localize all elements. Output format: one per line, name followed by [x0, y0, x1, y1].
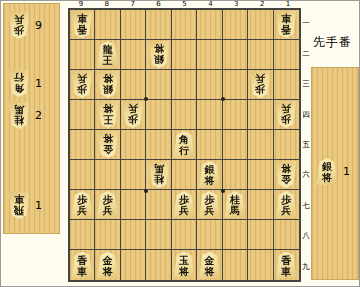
piece-kanji: 兵: [77, 73, 87, 84]
piece-kanji: 銀: [103, 84, 113, 95]
hoshi-dot: [144, 189, 148, 193]
square-1二[interactable]: [274, 40, 299, 70]
square-9四[interactable]: [70, 100, 95, 130]
piece-kanji: 歩: [255, 84, 265, 95]
piece-歩兵-sente[interactable]: 歩兵: [71, 191, 93, 218]
square-6三[interactable]: [146, 70, 171, 100]
piece-金将-sente[interactable]: 金将: [97, 252, 119, 279]
file-label-4: 4: [197, 1, 223, 8]
square-5六[interactable]: [172, 160, 197, 190]
shogi-app-window: 歩兵9角行1桂馬2飛車1 987654321 香車香車龍王銀将歩兵銀将歩兵王将歩…: [0, 0, 360, 287]
piece-歩兵-gote[interactable]: 歩兵: [275, 101, 297, 128]
piece-kanji: 行: [14, 72, 24, 83]
piece-kanji: 歩: [77, 194, 87, 205]
piece-kanji: 玉: [179, 255, 189, 266]
piece-kanji: 将: [179, 266, 189, 277]
piece-香車-gote[interactable]: 香車: [275, 11, 297, 38]
square-5四[interactable]: [172, 100, 197, 130]
square-1九[interactable]: 香車: [274, 250, 299, 280]
square-7二[interactable]: [121, 40, 146, 70]
file-label-3: 3: [223, 1, 249, 8]
piece-kanji: 車: [77, 13, 87, 24]
square-2八[interactable]: [248, 220, 273, 250]
shogi-board: 香車香車龍王銀将歩兵銀将歩兵王将歩兵歩兵金将角行桂馬銀将金将歩兵歩兵歩兵歩兵桂馬…: [68, 8, 301, 282]
square-4四[interactable]: [197, 100, 222, 130]
square-1五[interactable]: [274, 130, 299, 160]
piece-玉将-sente[interactable]: 玉将: [173, 252, 195, 279]
piece-角行-sente[interactable]: 角行: [173, 131, 195, 158]
rank-coordinate-labels: 一二三四五六七八九: [301, 8, 311, 282]
rank-label-八: 八: [301, 221, 311, 251]
file-label-5: 5: [172, 1, 198, 8]
square-6四[interactable]: [146, 100, 171, 130]
rank-label-四: 四: [301, 99, 311, 129]
square-5七[interactable]: 歩兵: [172, 190, 197, 220]
piece-kanji: 香: [281, 24, 291, 35]
piece-銀将-sente[interactable]: 銀将: [198, 161, 220, 188]
piece-kanji: 香: [77, 24, 87, 35]
square-4六[interactable]: 銀将: [197, 160, 222, 190]
piece-歩兵-gote[interactable]: 歩兵: [122, 101, 144, 128]
piece-香車-sente[interactable]: 香車: [275, 252, 297, 279]
square-5八[interactable]: [172, 220, 197, 250]
square-6八[interactable]: [146, 220, 171, 250]
square-3四[interactable]: [223, 100, 248, 130]
piece-kanji: 兵: [255, 73, 265, 84]
square-8二[interactable]: 龍王: [95, 40, 120, 70]
square-4九[interactable]: 金将: [197, 250, 222, 280]
sente-captured-pieces-stand: 銀将1: [311, 67, 359, 280]
piece-歩兵-sente[interactable]: 歩兵: [97, 191, 119, 218]
square-7四[interactable]: 歩兵: [121, 100, 146, 130]
piece-kanji: 香: [77, 255, 87, 266]
piece-kanji: 馬: [230, 205, 240, 216]
piece-kanji: 将: [103, 73, 113, 84]
square-8八[interactable]: [95, 220, 120, 250]
square-9一[interactable]: 香車: [70, 10, 95, 40]
square-9七[interactable]: 歩兵: [70, 190, 95, 220]
piece-歩兵-sente[interactable]: 歩兵: [173, 191, 195, 218]
piece-kanji: 兵: [281, 205, 291, 216]
square-5五[interactable]: 角行: [172, 130, 197, 160]
piece-kanji: 行: [179, 145, 189, 156]
piece-kanji: 飛: [14, 205, 24, 216]
piece-kanji: 兵: [77, 205, 87, 216]
square-4五[interactable]: [197, 130, 222, 160]
square-1三[interactable]: [274, 70, 299, 100]
file-label-2: 2: [249, 1, 275, 8]
square-6五[interactable]: [146, 130, 171, 160]
hand-count: 9: [35, 19, 45, 32]
piece-kanji: 将: [154, 43, 164, 54]
square-3九[interactable]: [223, 250, 248, 280]
square-4八[interactable]: [197, 220, 222, 250]
square-4七[interactable]: 歩兵: [197, 190, 222, 220]
square-8一[interactable]: [95, 10, 120, 40]
piece-kanji: 兵: [204, 205, 214, 216]
piece-kanji: 将: [103, 133, 113, 144]
square-3二[interactable]: [223, 40, 248, 70]
square-2二[interactable]: [248, 40, 273, 70]
file-label-6: 6: [146, 1, 172, 8]
piece-kanji: 将: [204, 266, 214, 277]
square-4三[interactable]: [197, 70, 222, 100]
piece-kanji: 兵: [281, 103, 291, 114]
piece-桂馬-gote[interactable]: 桂馬: [148, 161, 170, 188]
piece-kanji: 香: [281, 255, 291, 266]
piece-kanji: 銀: [322, 161, 332, 172]
piece-kanji: 将: [322, 172, 332, 183]
square-3一[interactable]: [223, 10, 248, 40]
piece-kanji: 兵: [128, 103, 138, 114]
piece-kanji: 銀: [204, 164, 214, 175]
piece-銀将-gote[interactable]: 銀将: [97, 71, 119, 98]
square-6二[interactable]: 銀将: [146, 40, 171, 70]
square-3三[interactable]: [223, 70, 248, 100]
piece-kanji: 車: [77, 266, 87, 277]
square-9六[interactable]: [70, 160, 95, 190]
square-9九[interactable]: 香車: [70, 250, 95, 280]
piece-龍王-sente[interactable]: 龍王: [97, 41, 119, 68]
hand-entry-歩兵: 歩兵9: [8, 12, 45, 39]
piece-銀将-gote[interactable]: 銀将: [148, 41, 170, 68]
piece-kanji: 角: [14, 83, 24, 94]
piece-金将-gote[interactable]: 金将: [275, 161, 297, 188]
square-9三[interactable]: 歩兵: [70, 70, 95, 100]
piece-歩兵-gote[interactable]: 歩兵: [71, 71, 93, 98]
square-7九[interactable]: [121, 250, 146, 280]
hand-count: 1: [35, 77, 45, 90]
square-2六[interactable]: [248, 160, 273, 190]
file-label-1: 1: [275, 1, 301, 8]
file-coordinate-labels: 987654321: [68, 1, 301, 8]
square-9二[interactable]: [70, 40, 95, 70]
piece-kanji: 将: [281, 163, 291, 174]
square-1一[interactable]: 香車: [274, 10, 299, 40]
piece-kanji: 馬: [154, 163, 164, 174]
turn-indicator: 先手番: [313, 34, 359, 51]
hoshi-dot: [221, 97, 225, 101]
piece-香車-sente[interactable]: 香車: [71, 252, 93, 279]
piece-kanji: 将: [103, 103, 113, 114]
square-7七[interactable]: [121, 190, 146, 220]
hand-entry-桂馬: 桂馬2: [8, 102, 45, 129]
piece-kanji: 角: [179, 134, 189, 145]
piece-kanji: 馬: [14, 104, 24, 115]
piece-角行-gote[interactable]: 角行: [8, 70, 30, 97]
hand-entry-銀将: 銀将1: [316, 158, 353, 185]
square-8六[interactable]: [95, 160, 120, 190]
rank-label-七: 七: [301, 191, 311, 221]
piece-kanji: 将: [103, 266, 113, 277]
square-6六[interactable]: 桂馬: [146, 160, 171, 190]
piece-kanji: 車: [281, 13, 291, 24]
piece-kanji: 歩: [281, 114, 291, 125]
piece-kanji: 歩: [103, 194, 113, 205]
piece-kanji: 将: [204, 175, 214, 186]
piece-kanji: 龍: [103, 44, 113, 55]
piece-王将-gote[interactable]: 王将: [97, 101, 119, 128]
file-label-9: 9: [68, 1, 94, 8]
square-3八[interactable]: [223, 220, 248, 250]
piece-kanji: 歩: [14, 25, 24, 36]
piece-歩兵-gote[interactable]: 歩兵: [249, 71, 271, 98]
piece-kanji: 銀: [154, 54, 164, 65]
piece-kanji: 王: [103, 114, 113, 125]
square-8七[interactable]: 歩兵: [95, 190, 120, 220]
piece-kanji: 兵: [103, 205, 113, 216]
hand-entry-飛車: 飛車1: [8, 192, 45, 219]
square-1六[interactable]: 金将: [274, 160, 299, 190]
file-label-8: 8: [94, 1, 120, 8]
board-grid: 香車香車龍王銀将歩兵銀将歩兵王将歩兵歩兵金将角行桂馬銀将金将歩兵歩兵歩兵歩兵桂馬…: [68, 8, 301, 282]
square-3六[interactable]: [223, 160, 248, 190]
piece-kanji: 歩: [77, 84, 87, 95]
piece-歩兵-sente[interactable]: 歩兵: [275, 191, 297, 218]
square-2九[interactable]: [248, 250, 273, 280]
square-4一[interactable]: [197, 10, 222, 40]
rank-label-六: 六: [301, 160, 311, 190]
piece-kanji: 車: [281, 266, 291, 277]
piece-kanji: 桂: [154, 174, 164, 185]
hand-count: 2: [35, 109, 45, 122]
piece-kanji: 歩: [204, 194, 214, 205]
square-8五[interactable]: 金将: [95, 130, 120, 160]
square-5二[interactable]: [172, 40, 197, 70]
hand-count: 1: [343, 165, 353, 178]
rank-label-三: 三: [301, 69, 311, 99]
square-7八[interactable]: [121, 220, 146, 250]
piece-kanji: 兵: [179, 205, 189, 216]
hand-count: 1: [35, 199, 45, 212]
square-8九[interactable]: 金将: [95, 250, 120, 280]
rank-label-九: 九: [301, 252, 311, 282]
piece-飛車-gote[interactable]: 飛車: [8, 192, 30, 219]
piece-kanji: 王: [103, 55, 113, 66]
piece-kanji: 歩: [128, 114, 138, 125]
square-8四[interactable]: 王将: [95, 100, 120, 130]
square-9五[interactable]: [70, 130, 95, 160]
square-1四[interactable]: 歩兵: [274, 100, 299, 130]
square-2四[interactable]: [248, 100, 273, 130]
piece-kanji: 車: [14, 194, 24, 205]
piece-kanji: 歩: [281, 194, 291, 205]
square-2一[interactable]: [248, 10, 273, 40]
square-5九[interactable]: 玉将: [172, 250, 197, 280]
piece-kanji: 金: [281, 174, 291, 185]
square-7六[interactable]: [121, 160, 146, 190]
square-1八[interactable]: [274, 220, 299, 250]
square-2五[interactable]: [248, 130, 273, 160]
rank-label-一: 一: [301, 8, 311, 38]
piece-kanji: 兵: [14, 14, 24, 25]
piece-歩兵-gote[interactable]: 歩兵: [8, 12, 30, 39]
square-3五[interactable]: [223, 130, 248, 160]
piece-香車-gote[interactable]: 香車: [71, 11, 93, 38]
piece-kanji: 金: [103, 144, 113, 155]
square-3七[interactable]: 桂馬: [223, 190, 248, 220]
rank-label-五: 五: [301, 130, 311, 160]
square-6一[interactable]: [146, 10, 171, 40]
piece-金将-gote[interactable]: 金将: [97, 131, 119, 158]
piece-桂馬-sente[interactable]: 桂馬: [224, 191, 246, 218]
piece-桂馬-gote[interactable]: 桂馬: [8, 102, 30, 129]
square-7三[interactable]: [121, 70, 146, 100]
square-5一[interactable]: [172, 10, 197, 40]
square-8三[interactable]: 銀将: [95, 70, 120, 100]
square-7五[interactable]: [121, 130, 146, 160]
piece-kanji: 桂: [230, 194, 240, 205]
piece-金将-sente[interactable]: 金将: [198, 252, 220, 279]
square-6九[interactable]: [146, 250, 171, 280]
hand-entry-角行: 角行1: [8, 70, 45, 97]
file-label-7: 7: [120, 1, 146, 8]
square-9八[interactable]: [70, 220, 95, 250]
square-6七[interactable]: [146, 190, 171, 220]
square-4二[interactable]: [197, 40, 222, 70]
square-7一[interactable]: [121, 10, 146, 40]
square-1七[interactable]: 歩兵: [274, 190, 299, 220]
piece-銀将-sente[interactable]: 銀将: [316, 158, 338, 185]
piece-kanji: 歩: [179, 194, 189, 205]
square-2三[interactable]: 歩兵: [248, 70, 273, 100]
piece-kanji: 金: [204, 255, 214, 266]
rank-label-二: 二: [301, 38, 311, 68]
gote-captured-pieces-stand: 歩兵9角行1桂馬2飛車1: [3, 3, 60, 234]
square-5三[interactable]: [172, 70, 197, 100]
piece-kanji: 桂: [14, 115, 24, 126]
piece-kanji: 金: [103, 255, 113, 266]
piece-歩兵-sente[interactable]: 歩兵: [198, 191, 220, 218]
hoshi-dot: [144, 97, 148, 101]
hoshi-dot: [221, 189, 225, 193]
square-2七[interactable]: [248, 190, 273, 220]
